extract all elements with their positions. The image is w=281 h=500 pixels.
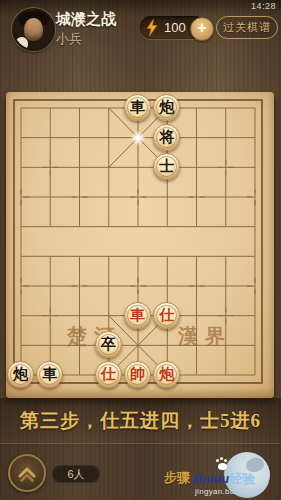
watermark-brand-name: Baidu [193, 471, 229, 486]
last-move-marker [128, 128, 148, 148]
add-energy-button[interactable]: + [190, 17, 214, 41]
watermark-brand: Baidu经验 [193, 470, 255, 488]
piece-red-帥[interactable]: 帥 [124, 361, 151, 388]
app-screen: 14:28 城濮之战 小兵 100 + 过关棋谱 楚河 漢界 車炮将士車仕卒炮車… [0, 0, 281, 500]
lightning-icon [146, 19, 158, 40]
stage-title: 城濮之战 [56, 10, 116, 29]
stage-rank: 小兵 [56, 30, 82, 48]
river-label-han: 漢界 [165, 323, 245, 350]
piece-black-将[interactable]: 将 [153, 124, 180, 151]
watermark-brand-suffix: 经验 [229, 471, 255, 486]
piece-black-卒[interactable]: 卒 [95, 331, 122, 358]
bottom-bar: 6人 步骤 jingyan.baidu Baidu经验 [0, 443, 281, 500]
piece-red-仕[interactable]: 仕 [153, 302, 180, 329]
clock-time: 14:28 [251, 1, 276, 11]
player-count-badge[interactable]: 6人 [52, 465, 100, 483]
stage-manual-button[interactable]: 过关棋谱 [216, 16, 278, 39]
river-label-chu: 楚河 [54, 323, 134, 350]
energy-value: 100 [164, 20, 186, 35]
move-instruction: 第三步，仕五进四，士5进6 [0, 398, 281, 443]
expand-panel-button[interactable] [8, 454, 46, 492]
piece-black-炮[interactable]: 炮 [7, 361, 34, 388]
piece-red-仕[interactable]: 仕 [95, 361, 122, 388]
avatar-face [24, 18, 43, 41]
avatar[interactable] [12, 8, 55, 51]
paw-icon [218, 463, 227, 470]
piece-black-車[interactable]: 車 [124, 94, 151, 121]
piece-red-車[interactable]: 車 [124, 302, 151, 329]
watermark-steps-label: 步骤 [164, 469, 190, 487]
